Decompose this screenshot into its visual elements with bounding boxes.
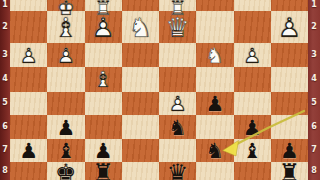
board-square[interactable] — [196, 43, 234, 68]
board-square[interactable] — [122, 43, 160, 68]
rank-label: 5 — [0, 98, 10, 108]
board-square[interactable] — [234, 115, 272, 139]
board-square[interactable] — [271, 139, 309, 163]
rank-label: 2 — [308, 22, 320, 32]
board-square[interactable] — [85, 43, 123, 68]
board-square[interactable] — [122, 139, 160, 163]
board-square[interactable] — [159, 162, 197, 180]
board-square[interactable] — [234, 43, 272, 68]
rank-label: 7 — [0, 145, 10, 155]
board-square[interactable] — [234, 162, 272, 180]
board-square[interactable] — [10, 92, 48, 116]
rank-label: 7 — [308, 145, 320, 155]
board-square[interactable] — [10, 11, 48, 44]
board-square[interactable] — [159, 139, 197, 163]
chess-board-thumbnail: ♚♔♜♖♜♖♝♗♟♙♞♘♛♕♟♙♟♙♟♙♞♘♟♙♝♗♟♙♟♟♞♟♟♝♟♞♝♟♚♜… — [0, 0, 320, 180]
board-square[interactable] — [234, 67, 272, 92]
board-square[interactable] — [196, 139, 234, 163]
rank-label: 5 — [308, 98, 320, 108]
board-square[interactable] — [159, 115, 197, 139]
board-square[interactable] — [47, 67, 85, 92]
board-square[interactable] — [271, 11, 309, 44]
board-square[interactable] — [47, 139, 85, 163]
rank-labels-right: 12345678 — [308, 0, 320, 180]
board-square[interactable] — [271, 67, 309, 92]
board-square[interactable] — [159, 43, 197, 68]
board-square[interactable] — [10, 67, 48, 92]
rank-label: 1 — [308, 0, 320, 10]
board-square[interactable] — [271, 115, 309, 139]
rank-label: 3 — [0, 50, 10, 60]
board-square[interactable] — [122, 0, 160, 11]
board-square[interactable] — [47, 115, 85, 139]
board-square[interactable] — [271, 43, 309, 68]
board-square[interactable] — [10, 43, 48, 68]
board-square[interactable] — [234, 0, 272, 11]
board-square[interactable] — [10, 0, 48, 11]
board-square[interactable] — [196, 11, 234, 44]
board-square[interactable] — [85, 139, 123, 163]
board-square[interactable] — [122, 67, 160, 92]
board-square[interactable] — [159, 92, 197, 116]
board-square[interactable] — [271, 162, 309, 180]
board-square[interactable] — [47, 92, 85, 116]
rank-label: 1 — [0, 0, 10, 10]
board-square[interactable] — [85, 115, 123, 139]
board-square[interactable] — [271, 0, 309, 11]
board-square[interactable] — [196, 115, 234, 139]
board-square[interactable] — [234, 11, 272, 44]
board-square[interactable] — [85, 0, 123, 11]
board-square[interactable] — [122, 11, 160, 44]
board-square[interactable] — [196, 162, 234, 180]
rank-label: 6 — [0, 122, 10, 132]
board-square[interactable] — [122, 115, 160, 139]
board-square[interactable] — [234, 139, 272, 163]
chess-board — [10, 0, 308, 180]
board-square[interactable] — [271, 92, 309, 116]
board-square[interactable] — [10, 115, 48, 139]
board-square[interactable] — [196, 0, 234, 11]
board-square[interactable] — [10, 139, 48, 163]
board-square[interactable] — [47, 11, 85, 44]
board-square[interactable] — [234, 92, 272, 116]
board-square[interactable] — [159, 67, 197, 92]
board-square[interactable] — [122, 92, 160, 116]
board-square[interactable] — [85, 11, 123, 44]
board-square[interactable] — [47, 162, 85, 180]
board-square[interactable] — [159, 0, 197, 11]
board-square[interactable] — [47, 0, 85, 11]
rank-label: 8 — [0, 166, 10, 176]
board-square[interactable] — [196, 67, 234, 92]
board-square[interactable] — [159, 11, 197, 44]
rank-labels-left: 12345678 — [0, 0, 10, 180]
rank-label: 4 — [0, 74, 10, 84]
board-square[interactable] — [10, 162, 48, 180]
rank-label: 4 — [308, 74, 320, 84]
board-square[interactable] — [85, 162, 123, 180]
board-square[interactable] — [85, 67, 123, 92]
rank-label: 3 — [308, 50, 320, 60]
board-square[interactable] — [47, 43, 85, 68]
rank-label: 8 — [308, 166, 320, 176]
board-square[interactable] — [85, 92, 123, 116]
rank-label: 2 — [0, 22, 10, 32]
board-square[interactable] — [122, 162, 160, 180]
rank-label: 6 — [308, 122, 320, 132]
board-square[interactable] — [196, 92, 234, 116]
